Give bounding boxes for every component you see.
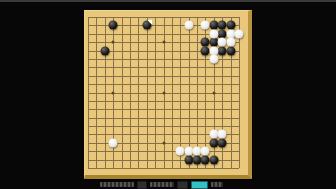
grid-vline bbox=[189, 17, 190, 168]
screen: { "game": "go", "board_size": 19, "color… bbox=[0, 0, 336, 189]
star-point bbox=[162, 141, 165, 144]
go-board[interactable] bbox=[84, 10, 252, 179]
black-stone bbox=[100, 46, 109, 55]
white-stone bbox=[184, 21, 193, 30]
white-stone bbox=[235, 29, 244, 38]
grid-hline bbox=[88, 118, 239, 119]
white-stone bbox=[109, 138, 118, 147]
grid-vline bbox=[180, 17, 181, 168]
grid-vline bbox=[172, 17, 173, 168]
white-stone bbox=[201, 147, 210, 156]
star-point bbox=[162, 41, 165, 44]
black-stone bbox=[226, 46, 235, 55]
grid-hline bbox=[88, 109, 239, 110]
black-stone bbox=[218, 138, 227, 147]
toolbar-active-button[interactable] bbox=[191, 181, 208, 189]
star-point bbox=[112, 41, 115, 44]
toolbar-info-text bbox=[211, 182, 223, 187]
toolbar-button-1[interactable] bbox=[137, 181, 147, 189]
grid-vline bbox=[197, 17, 198, 168]
star-point bbox=[112, 91, 115, 94]
last-move-marker-icon bbox=[147, 20, 152, 25]
star-point bbox=[162, 91, 165, 94]
grid-hline bbox=[88, 101, 239, 102]
white-stone bbox=[218, 130, 227, 139]
window-top-edge bbox=[0, 0, 336, 2]
grid-hline bbox=[88, 151, 239, 152]
white-stone bbox=[209, 54, 218, 63]
white-stone bbox=[226, 38, 235, 47]
grid-vline bbox=[239, 17, 240, 168]
grid-hline bbox=[88, 168, 239, 169]
black-stone bbox=[109, 21, 118, 30]
bottom-toolbar bbox=[100, 181, 223, 188]
board-grid bbox=[88, 17, 239, 168]
white-stone bbox=[209, 29, 218, 38]
black-stone bbox=[209, 155, 218, 164]
toolbar-move-text bbox=[150, 182, 174, 187]
black-stone bbox=[142, 21, 151, 30]
toolbar-status-text bbox=[100, 182, 134, 187]
grid-hline bbox=[88, 126, 239, 127]
white-stone bbox=[201, 21, 210, 30]
toolbar-button-2[interactable] bbox=[177, 181, 188, 189]
star-point bbox=[212, 91, 215, 94]
